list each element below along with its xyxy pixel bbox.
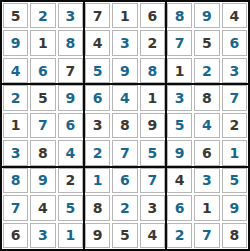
cell-r2c5[interactable]: 3 [112, 30, 137, 55]
cell-r2c2[interactable]: 1 [30, 30, 55, 55]
cell-r1c5[interactable]: 1 [112, 3, 137, 28]
cell-r1c6[interactable]: 6 [140, 3, 165, 28]
cell-r9c7[interactable]: 2 [167, 223, 192, 248]
cell-r9c4[interactable]: 9 [85, 223, 110, 248]
cell-r7c2[interactable]: 9 [30, 168, 55, 193]
cell-r8c1[interactable]: 7 [3, 195, 28, 220]
cell-r1c4[interactable]: 7 [85, 3, 110, 28]
cell-r8c4[interactable]: 8 [85, 195, 110, 220]
cell-r2c4[interactable]: 4 [85, 30, 110, 55]
cell-r5c3[interactable]: 6 [58, 113, 83, 138]
cell-r6c1[interactable]: 3 [3, 140, 28, 165]
cell-r3c7[interactable]: 1 [167, 58, 192, 83]
cell-r5c6[interactable]: 9 [140, 113, 165, 138]
cell-r4c7[interactable]: 3 [167, 85, 192, 110]
cell-r2c7[interactable]: 7 [167, 30, 192, 55]
cell-r6c4[interactable]: 2 [85, 140, 110, 165]
cell-r9c8[interactable]: 7 [194, 223, 219, 248]
cell-r2c8[interactable]: 5 [194, 30, 219, 55]
cell-r6c5[interactable]: 7 [112, 140, 137, 165]
cell-r6c9[interactable]: 1 [222, 140, 247, 165]
cell-r8c9[interactable]: 9 [222, 195, 247, 220]
cell-r5c4[interactable]: 3 [85, 113, 110, 138]
cell-r8c7[interactable]: 6 [167, 195, 192, 220]
cell-r4c3[interactable]: 9 [58, 85, 83, 110]
cell-r4c4[interactable]: 6 [85, 85, 110, 110]
cell-r6c7[interactable]: 9 [167, 140, 192, 165]
cell-r1c2[interactable]: 2 [30, 3, 55, 28]
cell-r6c3[interactable]: 4 [58, 140, 83, 165]
cell-r3c8[interactable]: 2 [194, 58, 219, 83]
cell-r6c8[interactable]: 6 [194, 140, 219, 165]
cell-r5c8[interactable]: 4 [194, 113, 219, 138]
cell-r5c5[interactable]: 8 [112, 113, 137, 138]
cell-r5c7[interactable]: 5 [167, 113, 192, 138]
cell-r4c2[interactable]: 5 [30, 85, 55, 110]
cell-r7c3[interactable]: 2 [58, 168, 83, 193]
cell-r9c3[interactable]: 1 [58, 223, 83, 248]
cell-r9c9[interactable]: 8 [222, 223, 247, 248]
cell-r5c2[interactable]: 7 [30, 113, 55, 138]
cell-r7c7[interactable]: 4 [167, 168, 192, 193]
cell-r1c9[interactable]: 4 [222, 3, 247, 28]
cell-r4c8[interactable]: 8 [194, 85, 219, 110]
cell-r7c1[interactable]: 8 [3, 168, 28, 193]
cell-r3c9[interactable]: 3 [222, 58, 247, 83]
cell-r4c1[interactable]: 2 [3, 85, 28, 110]
cell-r2c6[interactable]: 2 [140, 30, 165, 55]
cell-r3c1[interactable]: 4 [3, 58, 28, 83]
cell-r4c9[interactable]: 7 [222, 85, 247, 110]
cell-r1c8[interactable]: 9 [194, 3, 219, 28]
cell-r7c5[interactable]: 6 [112, 168, 137, 193]
cell-r1c1[interactable]: 5 [3, 3, 28, 28]
cell-r7c6[interactable]: 7 [140, 168, 165, 193]
cell-r9c6[interactable]: 4 [140, 223, 165, 248]
cell-r1c7[interactable]: 8 [167, 3, 192, 28]
cell-r5c9[interactable]: 2 [222, 113, 247, 138]
cell-r8c6[interactable]: 3 [140, 195, 165, 220]
sudoku-board: 5237168949184327564675981232596413871763… [0, 0, 250, 251]
cell-r4c6[interactable]: 1 [140, 85, 165, 110]
cell-r5c1[interactable]: 1 [3, 113, 28, 138]
cell-r9c2[interactable]: 3 [30, 223, 55, 248]
cell-r3c2[interactable]: 6 [30, 58, 55, 83]
cell-r3c6[interactable]: 8 [140, 58, 165, 83]
cell-r8c3[interactable]: 5 [58, 195, 83, 220]
cell-r2c9[interactable]: 6 [222, 30, 247, 55]
cell-r3c3[interactable]: 7 [58, 58, 83, 83]
cell-r7c8[interactable]: 3 [194, 168, 219, 193]
cell-r9c5[interactable]: 5 [112, 223, 137, 248]
cell-r4c5[interactable]: 4 [112, 85, 137, 110]
cell-r2c1[interactable]: 9 [3, 30, 28, 55]
cell-r3c4[interactable]: 5 [85, 58, 110, 83]
cell-r9c1[interactable]: 6 [3, 223, 28, 248]
cell-r8c2[interactable]: 4 [30, 195, 55, 220]
cell-r8c8[interactable]: 1 [194, 195, 219, 220]
cell-r1c3[interactable]: 3 [58, 3, 83, 28]
cell-r6c2[interactable]: 8 [30, 140, 55, 165]
cell-r7c4[interactable]: 1 [85, 168, 110, 193]
cell-r6c6[interactable]: 5 [140, 140, 165, 165]
cell-r2c3[interactable]: 8 [58, 30, 83, 55]
cell-r3c5[interactable]: 9 [112, 58, 137, 83]
cell-r8c5[interactable]: 2 [112, 195, 137, 220]
cell-r7c9[interactable]: 5 [222, 168, 247, 193]
